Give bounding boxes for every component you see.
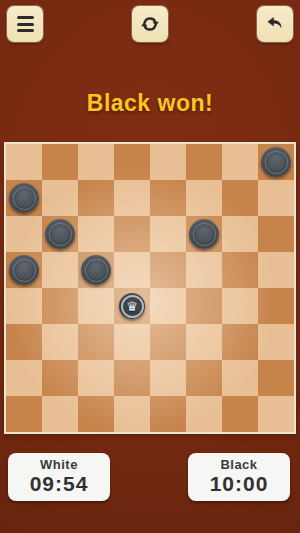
square-r6c7[interactable] [258, 360, 294, 396]
square-r0c6[interactable] [222, 144, 258, 180]
undo-arrow-icon [265, 14, 285, 34]
square-r1c5[interactable] [186, 180, 222, 216]
square-r5c2[interactable] [78, 324, 114, 360]
square-r6c4[interactable] [150, 360, 186, 396]
square-r4c2[interactable] [78, 288, 114, 324]
app-screen: Black won! ♛ White 09:54 Black 10:00 [0, 0, 300, 533]
square-r2c6[interactable] [222, 216, 258, 252]
square-r7c0[interactable] [6, 396, 42, 432]
black-clock-time: 10:00 [210, 472, 269, 496]
square-r4c0[interactable] [6, 288, 42, 324]
square-r7c3[interactable] [114, 396, 150, 432]
square-r5c7[interactable] [258, 324, 294, 360]
square-r5c6[interactable] [222, 324, 258, 360]
square-r0c5[interactable] [186, 144, 222, 180]
menu-button[interactable] [7, 6, 43, 42]
square-r7c2[interactable] [78, 396, 114, 432]
square-r3c6[interactable] [222, 252, 258, 288]
square-r2c0[interactable] [6, 216, 42, 252]
square-r3c7[interactable] [258, 252, 294, 288]
square-r6c1[interactable] [42, 360, 78, 396]
square-r3c1[interactable] [42, 252, 78, 288]
square-r4c7[interactable] [258, 288, 294, 324]
square-r7c5[interactable] [186, 396, 222, 432]
white-clock: White 09:54 [8, 453, 110, 501]
square-r7c1[interactable] [42, 396, 78, 432]
square-r0c3[interactable] [114, 144, 150, 180]
square-r7c7[interactable] [258, 396, 294, 432]
square-r0c4[interactable] [150, 144, 186, 180]
checkers-board: ♛ [4, 142, 296, 434]
square-r2c2[interactable] [78, 216, 114, 252]
hamburger-icon [17, 16, 34, 32]
square-r6c2[interactable] [78, 360, 114, 396]
square-r5c3[interactable] [114, 324, 150, 360]
square-r3c5[interactable] [186, 252, 222, 288]
square-r4c5[interactable] [186, 288, 222, 324]
square-r4c6[interactable] [222, 288, 258, 324]
black-clock: Black 10:00 [188, 453, 290, 501]
square-r2c3[interactable] [114, 216, 150, 252]
black-man-piece[interactable] [45, 219, 75, 249]
square-r1c6[interactable] [222, 180, 258, 216]
square-r5c0[interactable] [6, 324, 42, 360]
white-clock-time: 09:54 [30, 472, 89, 496]
square-r5c4[interactable] [150, 324, 186, 360]
result-banner: Black won! [0, 90, 300, 117]
square-r6c0[interactable] [6, 360, 42, 396]
square-r1c3[interactable] [114, 180, 150, 216]
square-r0c2[interactable] [78, 144, 114, 180]
square-r4c4[interactable] [150, 288, 186, 324]
square-r1c2[interactable] [78, 180, 114, 216]
square-r5c1[interactable] [42, 324, 78, 360]
square-r2c4[interactable] [150, 216, 186, 252]
black-man-piece[interactable] [189, 219, 219, 249]
black-clock-label: Black [220, 458, 257, 472]
crown-icon: ♛ [126, 300, 138, 313]
refresh-icon [140, 14, 160, 34]
black-man-piece[interactable] [261, 147, 291, 177]
square-r7c4[interactable] [150, 396, 186, 432]
black-king-piece[interactable]: ♛ [119, 293, 145, 319]
black-man-piece[interactable] [81, 255, 111, 285]
square-r0c0[interactable] [6, 144, 42, 180]
square-r1c7[interactable] [258, 180, 294, 216]
restart-button[interactable] [132, 6, 168, 42]
square-r6c3[interactable] [114, 360, 150, 396]
square-r3c4[interactable] [150, 252, 186, 288]
black-man-piece[interactable] [9, 255, 39, 285]
square-r5c5[interactable] [186, 324, 222, 360]
square-r3c3[interactable] [114, 252, 150, 288]
white-clock-label: White [40, 458, 78, 472]
square-r4c1[interactable] [42, 288, 78, 324]
square-r6c5[interactable] [186, 360, 222, 396]
square-r1c1[interactable] [42, 180, 78, 216]
square-r0c1[interactable] [42, 144, 78, 180]
square-r1c4[interactable] [150, 180, 186, 216]
square-r2c7[interactable] [258, 216, 294, 252]
undo-button[interactable] [257, 6, 293, 42]
square-r7c6[interactable] [222, 396, 258, 432]
square-r6c6[interactable] [222, 360, 258, 396]
black-man-piece[interactable] [9, 183, 39, 213]
